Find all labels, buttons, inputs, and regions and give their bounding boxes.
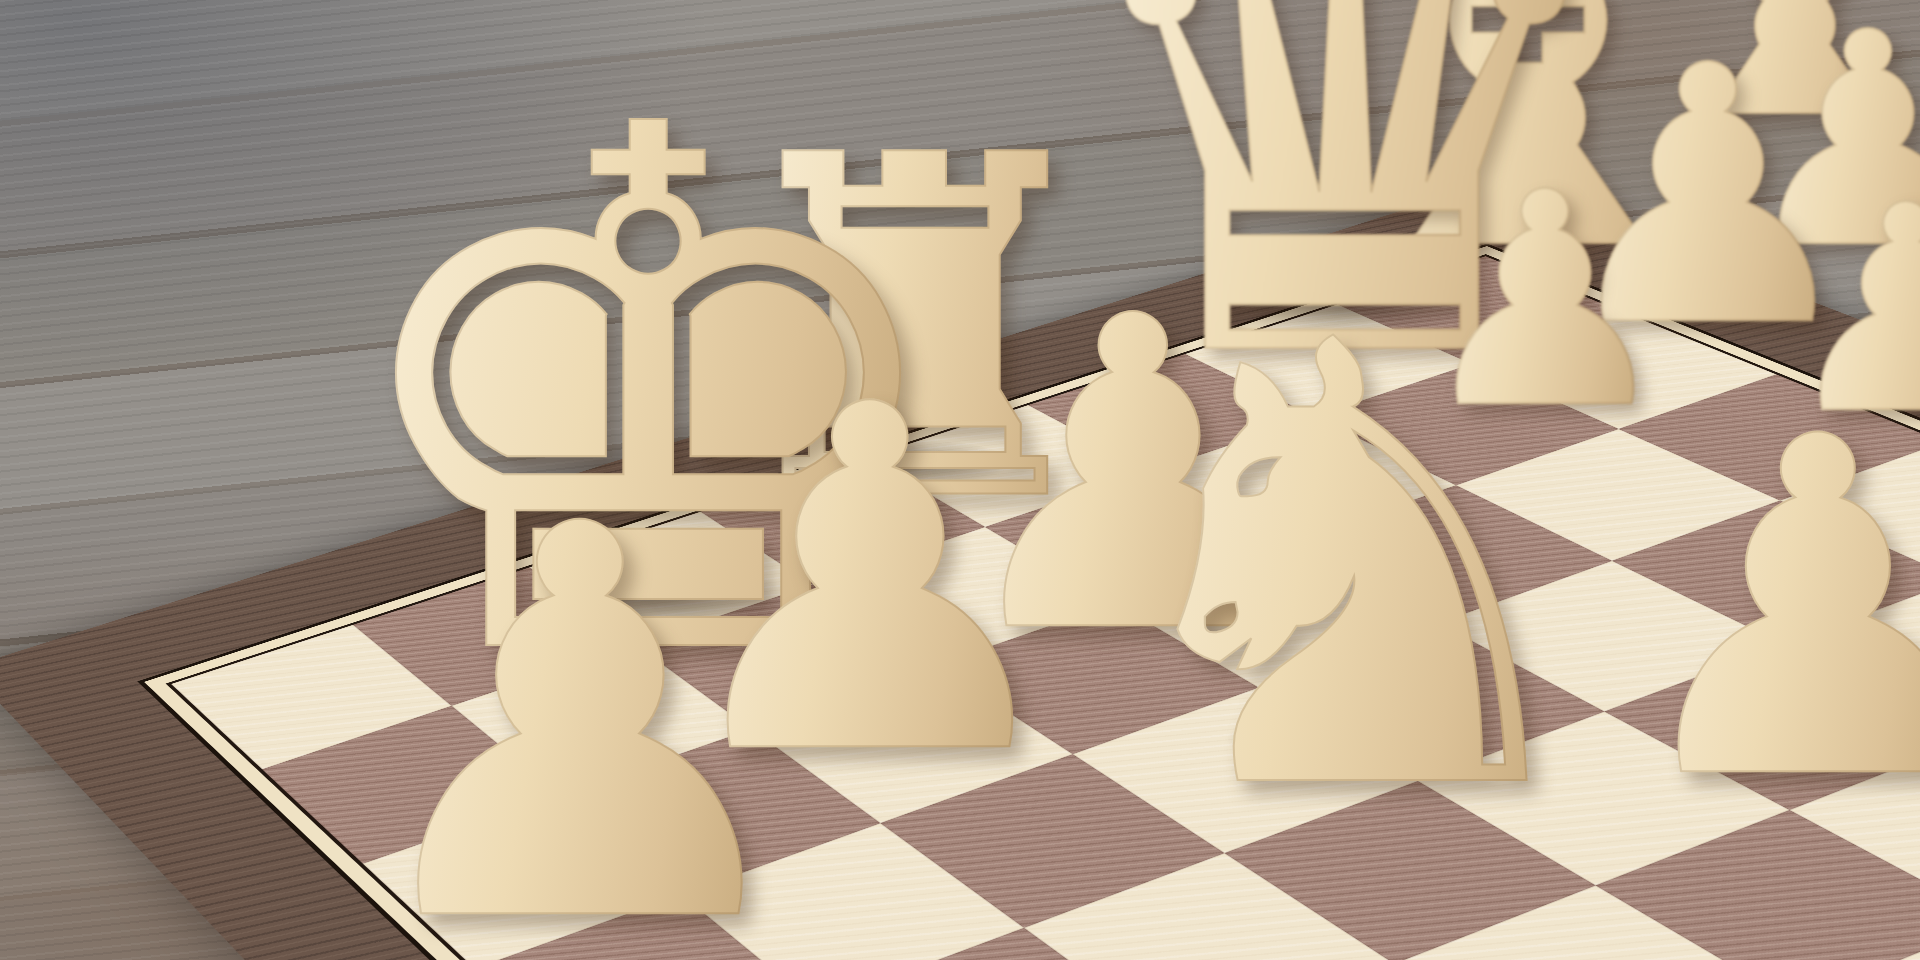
piece-white-pawn-a5[interactable]: ♟: [338, 456, 822, 960]
piece-white-knight-f5[interactable]: ♞: [1079, 264, 1626, 874]
piece-white-pawn-h5[interactable]: ♟: [1610, 378, 1920, 843]
